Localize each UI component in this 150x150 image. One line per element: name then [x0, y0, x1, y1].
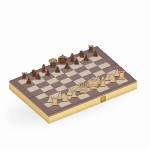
chess-piece-white-r: ♜ [50, 96, 60, 107]
chess-piece-black-r: ♜ [87, 45, 95, 54]
chess-piece-black-r: ♜ [20, 72, 28, 81]
chess-piece-black-b: ♝ [39, 63, 48, 73]
chess-piece-white-p: ♟ [46, 94, 54, 103]
chess-piece-white-p: ♟ [84, 79, 92, 88]
pieces-layer: ♜♞♝♛♚♝♞♜♟♟♟♟♟♟♟♟♟♟♟♟♟♟♟♟♜♞♝♛♚♝♞♜ [0, 0, 150, 150]
chess-piece-black-p: ♟ [35, 73, 42, 81]
chess-set-photo: ♜♞♝♛♚♝♞♜♟♟♟♟♟♟♟♟♟♟♟♟♟♟♟♟♜♞♝♛♚♝♞♜ [0, 0, 150, 150]
chess-piece-black-p: ♟ [54, 66, 61, 74]
chess-piece-black-n: ♞ [77, 49, 85, 58]
chess-piece-black-p: ♟ [92, 50, 99, 58]
chess-piece-white-b: ♝ [68, 87, 80, 100]
chess-piece-black-p: ♟ [73, 58, 80, 66]
chess-piece-black-p: ♟ [44, 69, 51, 77]
chess-piece-black-p: ♟ [25, 77, 32, 85]
chess-piece-white-n: ♞ [107, 73, 118, 85]
chess-piece-white-r: ♜ [116, 70, 126, 81]
chess-piece-white-n: ♞ [59, 92, 70, 104]
chess-piece-black-b: ♝ [67, 52, 76, 62]
chess-piece-black-p: ♟ [63, 62, 70, 70]
chess-piece-white-k: ♚ [86, 76, 101, 92]
chess-piece-white-p: ♟ [94, 76, 102, 85]
chess-piece-black-n: ♞ [30, 68, 38, 77]
chess-piece-black-q: ♛ [48, 57, 59, 69]
chess-piece-white-p: ♟ [56, 91, 64, 100]
chess-piece-black-k: ♚ [57, 53, 69, 66]
chess-piece-white-q: ♛ [77, 81, 91, 96]
chess-piece-white-p: ♟ [65, 87, 73, 96]
chess-piece-black-p: ♟ [82, 54, 89, 62]
chess-piece-white-p: ♟ [75, 83, 83, 92]
chess-piece-white-b: ♝ [97, 76, 109, 89]
chess-piece-white-p: ♟ [113, 68, 121, 77]
chess-piece-white-p: ♟ [103, 72, 111, 81]
